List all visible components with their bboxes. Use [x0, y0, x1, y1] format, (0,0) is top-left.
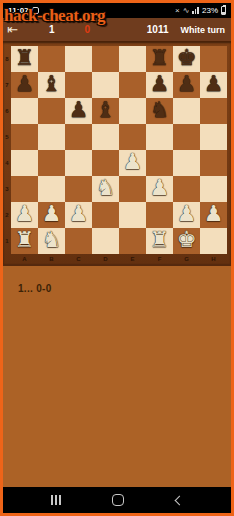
white-rook[interactable]: ♜	[15, 227, 35, 253]
counter-right: 1011	[147, 24, 169, 35]
rank-label-3: 3	[3, 176, 11, 202]
square-e8[interactable]	[119, 46, 146, 72]
rank-label-1: 1	[3, 228, 11, 254]
black-king[interactable]: ♚	[177, 45, 197, 71]
square-g2[interactable]: ♟	[173, 202, 200, 228]
square-a6[interactable]	[11, 98, 38, 124]
file-label-h: H	[200, 254, 227, 264]
square-h7[interactable]: ♟	[200, 72, 227, 98]
black-bishop[interactable]: ♝	[96, 97, 116, 123]
square-g3[interactable]	[173, 176, 200, 202]
square-h8[interactable]	[200, 46, 227, 72]
square-d5[interactable]	[92, 124, 119, 150]
file-label-d: D	[92, 254, 119, 264]
black-pawn[interactable]: ♟	[150, 71, 170, 97]
turn-indicator: White turn	[181, 25, 226, 35]
square-f5[interactable]	[146, 124, 173, 150]
square-f6[interactable]: ♞	[146, 98, 173, 124]
white-pawn[interactable]: ♟	[69, 201, 89, 227]
black-pawn[interactable]: ♟	[177, 71, 197, 97]
square-c5[interactable]	[65, 124, 92, 150]
square-e5[interactable]	[119, 124, 146, 150]
counter-left: 1	[49, 24, 55, 35]
battery-percent: 23%	[202, 6, 218, 15]
square-d1[interactable]	[92, 228, 119, 254]
file-label-e: E	[119, 254, 146, 264]
phone-screen: hack-cheat.org 11:07 × ∿ 23% ⇤ 1 0 1011 …	[0, 0, 234, 516]
white-pawn[interactable]: ♟	[42, 201, 62, 227]
square-h2[interactable]: ♟	[200, 202, 227, 228]
square-d3[interactable]: ♞	[92, 176, 119, 202]
file-label-c: C	[65, 254, 92, 264]
white-pawn[interactable]: ♟	[150, 175, 170, 201]
clock-time: 11:07	[8, 6, 29, 15]
file-labels: ABCDEFGH	[11, 254, 227, 264]
rank-label-6: 6	[3, 98, 11, 124]
back-button[interactable]: ⇤	[7, 22, 25, 37]
back-icon[interactable]	[175, 495, 185, 505]
square-d4[interactable]	[92, 150, 119, 176]
black-bishop[interactable]: ♝	[42, 71, 62, 97]
move-notation: 1... 0-0	[18, 283, 52, 294]
square-h6[interactable]	[200, 98, 227, 124]
square-d2[interactable]	[92, 202, 119, 228]
square-a5[interactable]	[11, 124, 38, 150]
status-bar: 11:07 × ∿ 23%	[3, 3, 231, 18]
square-c1[interactable]	[65, 228, 92, 254]
square-a2[interactable]: ♟	[11, 202, 38, 228]
square-c4[interactable]	[65, 150, 92, 176]
black-pawn[interactable]: ♟	[15, 71, 35, 97]
square-b5[interactable]	[38, 124, 65, 150]
black-knight[interactable]: ♞	[150, 97, 170, 123]
board-grid: ♜♜♚♟♝♟♟♟♟♝♞♟♞♟♟♟♟♟♟♜♞♜♚	[11, 46, 227, 254]
square-g1[interactable]: ♚	[173, 228, 200, 254]
square-e6[interactable]	[119, 98, 146, 124]
white-pawn[interactable]: ♟	[177, 201, 197, 227]
rank-label-2: 2	[3, 202, 11, 228]
screenshot-icon	[32, 7, 39, 14]
square-f4[interactable]	[146, 150, 173, 176]
square-b4[interactable]	[38, 150, 65, 176]
square-a4[interactable]	[11, 150, 38, 176]
white-knight[interactable]: ♞	[96, 175, 116, 201]
square-g7[interactable]: ♟	[173, 72, 200, 98]
rank-label-5: 5	[3, 124, 11, 150]
battery-icon	[221, 6, 226, 15]
square-d8[interactable]	[92, 46, 119, 72]
white-king[interactable]: ♚	[177, 227, 197, 253]
square-a1[interactable]: ♜	[11, 228, 38, 254]
white-pawn[interactable]: ♟	[15, 201, 35, 227]
counter-mid: 0	[85, 24, 91, 35]
square-f2[interactable]	[146, 202, 173, 228]
move-list-panel: 1... 0-0	[3, 266, 231, 487]
square-c7[interactable]	[65, 72, 92, 98]
square-f1[interactable]: ♜	[146, 228, 173, 254]
square-g6[interactable]	[173, 98, 200, 124]
square-d6[interactable]: ♝	[92, 98, 119, 124]
square-b6[interactable]	[38, 98, 65, 124]
square-a8[interactable]: ♜	[11, 46, 38, 72]
square-f7[interactable]: ♟	[146, 72, 173, 98]
square-c8[interactable]	[65, 46, 92, 72]
rank-label-7: 7	[3, 72, 11, 98]
square-g8[interactable]: ♚	[173, 46, 200, 72]
square-e1[interactable]	[119, 228, 146, 254]
home-icon[interactable]	[112, 494, 124, 506]
signal-icon	[192, 7, 199, 14]
square-a3[interactable]	[11, 176, 38, 202]
status-left: 11:07	[8, 6, 39, 15]
square-b8[interactable]	[38, 46, 65, 72]
square-c3[interactable]	[65, 176, 92, 202]
square-g5[interactable]	[173, 124, 200, 150]
white-knight[interactable]: ♞	[42, 227, 62, 253]
square-e7[interactable]	[119, 72, 146, 98]
file-label-f: F	[146, 254, 173, 264]
mute-icon: ×	[175, 6, 180, 15]
rank-label-8: 8	[3, 46, 11, 72]
square-h4[interactable]	[200, 150, 227, 176]
square-h1[interactable]	[200, 228, 227, 254]
square-e4[interactable]: ♟	[119, 150, 146, 176]
status-right: × ∿ 23%	[175, 6, 226, 15]
rank-label-4: 4	[3, 150, 11, 176]
square-b7[interactable]: ♝	[38, 72, 65, 98]
square-b1[interactable]: ♞	[38, 228, 65, 254]
square-a7[interactable]: ♟	[11, 72, 38, 98]
black-pawn[interactable]: ♟	[69, 97, 89, 123]
black-rook[interactable]: ♜	[150, 45, 170, 71]
app-toolbar: ⇤ 1 0 1011 White turn	[3, 18, 231, 42]
white-rook[interactable]: ♜	[150, 227, 170, 253]
recents-icon[interactable]	[51, 495, 61, 505]
square-b2[interactable]: ♟	[38, 202, 65, 228]
square-c6[interactable]: ♟	[65, 98, 92, 124]
square-g4[interactable]	[173, 150, 200, 176]
square-h3[interactable]	[200, 176, 227, 202]
file-label-g: G	[173, 254, 200, 264]
white-pawn[interactable]: ♟	[204, 201, 224, 227]
white-pawn[interactable]: ♟	[123, 149, 143, 175]
square-b3[interactable]	[38, 176, 65, 202]
square-f8[interactable]: ♜	[146, 46, 173, 72]
square-e2[interactable]	[119, 202, 146, 228]
square-c2[interactable]: ♟	[65, 202, 92, 228]
android-nav-bar	[3, 487, 231, 513]
square-e3[interactable]	[119, 176, 146, 202]
square-d7[interactable]	[92, 72, 119, 98]
chess-board-frame: 87654321 ♜♜♚♟♝♟♟♟♟♝♞♟♞♟♟♟♟♟♟♜♞♜♚ ABCDEFG…	[3, 42, 231, 264]
file-label-b: B	[38, 254, 65, 264]
square-h5[interactable]	[200, 124, 227, 150]
file-label-a: A	[11, 254, 38, 264]
vibrate-icon: ∿	[183, 6, 190, 15]
square-f3[interactable]: ♟	[146, 176, 173, 202]
black-pawn[interactable]: ♟	[204, 71, 224, 97]
rank-labels: 87654321	[3, 46, 11, 254]
black-rook[interactable]: ♜	[15, 45, 35, 71]
